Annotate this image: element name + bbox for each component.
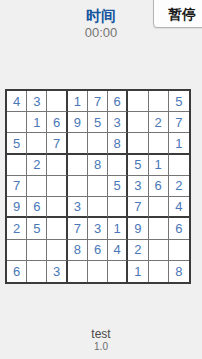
sudoku-cell[interactable]	[68, 133, 88, 154]
sudoku-cell[interactable]: 9	[7, 197, 27, 218]
sudoku-cell[interactable]: 2	[169, 176, 189, 197]
sudoku-cell[interactable]: 3	[108, 112, 128, 133]
sudoku-cell[interactable]: 1	[68, 91, 88, 112]
sudoku-cell[interactable]: 3	[68, 197, 88, 218]
sudoku-cell[interactable]: 7	[7, 176, 27, 197]
sudoku-cell[interactable]: 7	[88, 91, 108, 112]
sudoku-cell[interactable]: 6	[7, 261, 27, 282]
sudoku-cell[interactable]	[149, 240, 169, 261]
sudoku-cell[interactable]: 5	[108, 176, 128, 197]
sudoku-cell[interactable]: 7	[128, 197, 148, 218]
sudoku-cell[interactable]	[7, 155, 27, 176]
sudoku-cell[interactable]	[169, 155, 189, 176]
sudoku-cell[interactable]	[88, 176, 108, 197]
sudoku-cell[interactable]: 2	[27, 155, 47, 176]
sudoku-cell[interactable]	[149, 91, 169, 112]
sudoku-cell[interactable]: 5	[169, 91, 189, 112]
sudoku-cell[interactable]: 7	[169, 112, 189, 133]
sudoku-cell[interactable]: 8	[169, 261, 189, 282]
sudoku-cell[interactable]	[149, 197, 169, 218]
sudoku-cell[interactable]	[169, 240, 189, 261]
sudoku-cell[interactable]: 1	[108, 218, 128, 239]
sudoku-cell[interactable]	[27, 261, 47, 282]
sudoku-cell[interactable]: 8	[108, 133, 128, 154]
sudoku-cell[interactable]	[47, 155, 67, 176]
sudoku-cell[interactable]	[7, 112, 27, 133]
sudoku-cell[interactable]	[47, 218, 67, 239]
sudoku-cell[interactable]	[128, 91, 148, 112]
sudoku-cell[interactable]: 1	[128, 261, 148, 282]
sudoku-cell[interactable]: 3	[88, 218, 108, 239]
sudoku-cell[interactable]: 5	[88, 112, 108, 133]
sudoku-cell[interactable]: 9	[68, 112, 88, 133]
sudoku-cell[interactable]	[47, 240, 67, 261]
sudoku-cell[interactable]: 7	[47, 133, 67, 154]
sudoku-cell[interactable]	[47, 176, 67, 197]
sudoku-cell[interactable]: 2	[7, 218, 27, 239]
sudoku-cell[interactable]	[27, 176, 47, 197]
sudoku-cell[interactable]	[149, 133, 169, 154]
sudoku-cell[interactable]: 5	[128, 155, 148, 176]
pause-button[interactable]: 暂停	[153, 0, 202, 28]
sudoku-cell[interactable]	[47, 197, 67, 218]
sudoku-cell[interactable]: 4	[169, 197, 189, 218]
sudoku-cell[interactable]	[27, 133, 47, 154]
sudoku-cell[interactable]: 3	[27, 91, 47, 112]
sudoku-cell[interactable]: 3	[47, 261, 67, 282]
sudoku-cell[interactable]: 6	[47, 112, 67, 133]
sudoku-cell[interactable]	[68, 261, 88, 282]
sudoku-cell[interactable]: 4	[108, 240, 128, 261]
sudoku-cell[interactable]	[7, 240, 27, 261]
sudoku-cell[interactable]: 1	[169, 133, 189, 154]
sudoku-cell[interactable]: 5	[7, 133, 27, 154]
sudoku-cell[interactable]: 2	[149, 112, 169, 133]
sudoku-cell[interactable]: 7	[68, 218, 88, 239]
sudoku-cell[interactable]: 6	[108, 91, 128, 112]
app-name: test	[0, 327, 202, 341]
sudoku-cell[interactable]: 4	[7, 91, 27, 112]
sudoku-cell[interactable]: 8	[68, 240, 88, 261]
sudoku-cell[interactable]: 5	[27, 218, 47, 239]
sudoku-app: 时间 00:00 暂停 4317651695327578128517536296…	[0, 0, 202, 359]
sudoku-cell[interactable]	[128, 112, 148, 133]
sudoku-cell[interactable]	[149, 218, 169, 239]
sudoku-board: 4317651695327578128517536296374257319686…	[5, 89, 191, 284]
sudoku-cell[interactable]: 1	[27, 112, 47, 133]
sudoku-cell[interactable]	[108, 197, 128, 218]
sudoku-cell[interactable]: 9	[128, 218, 148, 239]
sudoku-cell[interactable]: 6	[169, 218, 189, 239]
sudoku-cell[interactable]	[149, 261, 169, 282]
sudoku-cell[interactable]: 6	[27, 197, 47, 218]
sudoku-cell[interactable]: 8	[88, 155, 108, 176]
sudoku-cell[interactable]: 3	[128, 176, 148, 197]
sudoku-cell[interactable]	[88, 261, 108, 282]
sudoku-cell[interactable]	[68, 155, 88, 176]
sudoku-cell[interactable]: 6	[149, 176, 169, 197]
app-version: 1.0	[0, 341, 202, 352]
sudoku-cell[interactable]	[88, 197, 108, 218]
sudoku-cell[interactable]: 1	[149, 155, 169, 176]
sudoku-cell[interactable]	[47, 91, 67, 112]
sudoku-cell[interactable]	[108, 155, 128, 176]
sudoku-cell[interactable]	[68, 176, 88, 197]
sudoku-cell[interactable]: 6	[88, 240, 108, 261]
sudoku-cell[interactable]	[108, 261, 128, 282]
sudoku-cell[interactable]	[128, 133, 148, 154]
sudoku-cell[interactable]: 2	[128, 240, 148, 261]
sudoku-cell[interactable]	[27, 240, 47, 261]
sudoku-cell[interactable]	[88, 133, 108, 154]
